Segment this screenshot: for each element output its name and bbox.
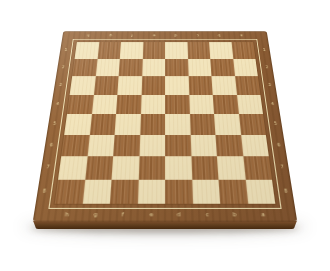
square-c6[interactable]: [190, 134, 217, 156]
file-label-bottom-b: b: [233, 210, 238, 216]
square-e3[interactable]: [141, 76, 165, 94]
square-f8[interactable]: [110, 179, 138, 203]
square-h4[interactable]: [67, 94, 93, 113]
square-d3[interactable]: [165, 76, 189, 94]
rank-label-right-6: 6: [277, 143, 281, 147]
file-label-top-g: g: [109, 33, 112, 36]
square-a1[interactable]: [231, 42, 255, 59]
file-label-top-f: f: [131, 33, 133, 36]
square-c5[interactable]: [190, 114, 216, 135]
rank-label-left-2: 2: [62, 65, 65, 69]
square-b3[interactable]: [211, 76, 236, 94]
square-e6[interactable]: [139, 134, 165, 156]
file-label-top-e: e: [153, 33, 156, 36]
rank-label-right-4: 4: [270, 102, 274, 106]
square-a7[interactable]: [243, 156, 272, 179]
square-b2[interactable]: [210, 58, 234, 75]
square-g1[interactable]: [97, 42, 121, 59]
square-c3[interactable]: [188, 76, 212, 94]
file-label-top-h: h: [87, 33, 90, 36]
chessboard: hh11gg22ff33ee44dd55cc66bb77aa88: [33, 31, 298, 222]
square-f5[interactable]: [115, 114, 141, 135]
square-d4[interactable]: [165, 94, 190, 113]
playing-area: [55, 42, 276, 204]
square-e5[interactable]: [140, 114, 165, 135]
rank-label-left-6: 6: [49, 143, 53, 147]
square-h7[interactable]: [58, 156, 87, 179]
square-d6[interactable]: [165, 134, 191, 156]
file-label-bottom-e: e: [149, 210, 153, 216]
square-f7[interactable]: [112, 156, 140, 179]
rank-label-right-7: 7: [280, 165, 284, 170]
square-a4[interactable]: [237, 94, 263, 113]
square-d1[interactable]: [165, 42, 188, 59]
rank-label-left-4: 4: [56, 102, 60, 106]
square-g2[interactable]: [95, 58, 119, 75]
square-b8[interactable]: [218, 179, 247, 203]
square-e4[interactable]: [141, 94, 166, 113]
file-label-top-b: b: [218, 33, 221, 36]
square-a3[interactable]: [235, 76, 261, 94]
square-b5[interactable]: [214, 114, 241, 135]
rank-label-right-1: 1: [262, 48, 265, 51]
square-g4[interactable]: [92, 94, 118, 113]
rank-label-left-7: 7: [46, 165, 50, 170]
square-c2[interactable]: [188, 58, 212, 75]
rank-label-right-2: 2: [265, 65, 268, 69]
rank-label-left-5: 5: [53, 122, 57, 126]
rank-label-left-8: 8: [42, 188, 46, 193]
file-label-bottom-d: d: [177, 210, 181, 216]
square-c4[interactable]: [189, 94, 214, 113]
square-g5[interactable]: [89, 114, 116, 135]
rank-label-right-8: 8: [283, 188, 287, 193]
square-h8[interactable]: [55, 179, 85, 203]
square-h3[interactable]: [70, 76, 96, 94]
square-a5[interactable]: [239, 114, 266, 135]
square-e2[interactable]: [142, 58, 165, 75]
square-g3[interactable]: [93, 76, 118, 94]
rank-label-right-3: 3: [268, 83, 272, 87]
rank-label-right-5: 5: [273, 122, 277, 126]
square-h1[interactable]: [75, 42, 99, 59]
file-label-top-a: a: [240, 33, 243, 36]
board-side-edge: [33, 221, 297, 230]
square-c1[interactable]: [187, 42, 210, 59]
square-h2[interactable]: [72, 58, 97, 75]
file-label-bottom-h: h: [65, 210, 70, 216]
square-d8[interactable]: [165, 179, 193, 203]
square-f1[interactable]: [120, 42, 143, 59]
square-f3[interactable]: [117, 76, 141, 94]
square-b7[interactable]: [217, 156, 245, 179]
square-g6[interactable]: [87, 134, 114, 156]
square-a6[interactable]: [241, 134, 269, 156]
square-h5[interactable]: [64, 114, 91, 135]
square-d5[interactable]: [165, 114, 190, 135]
square-e8[interactable]: [137, 179, 165, 203]
square-g8[interactable]: [82, 179, 111, 203]
file-label-bottom-g: g: [93, 210, 98, 216]
file-label-bottom-a: a: [260, 210, 265, 216]
file-label-top-d: d: [174, 33, 177, 36]
square-a2[interactable]: [233, 58, 258, 75]
file-label-top-c: c: [196, 33, 199, 36]
rank-label-left-1: 1: [64, 48, 67, 51]
square-a8[interactable]: [245, 179, 275, 203]
square-h6[interactable]: [61, 134, 89, 156]
square-f2[interactable]: [119, 58, 143, 75]
square-f6[interactable]: [113, 134, 140, 156]
square-c7[interactable]: [191, 156, 219, 179]
photo-background: hh11gg22ff33ee44dd55cc66bb77aa88: [0, 0, 330, 271]
square-f4[interactable]: [116, 94, 141, 113]
file-label-bottom-f: f: [122, 210, 125, 216]
square-e1[interactable]: [142, 42, 165, 59]
rank-label-left-3: 3: [59, 83, 63, 87]
file-label-bottom-c: c: [205, 210, 209, 216]
square-d2[interactable]: [165, 58, 188, 75]
square-d7[interactable]: [165, 156, 192, 179]
square-c8[interactable]: [192, 179, 220, 203]
square-g7[interactable]: [85, 156, 113, 179]
square-b4[interactable]: [213, 94, 239, 113]
square-b1[interactable]: [209, 42, 233, 59]
square-e7[interactable]: [138, 156, 165, 179]
square-b6[interactable]: [215, 134, 242, 156]
